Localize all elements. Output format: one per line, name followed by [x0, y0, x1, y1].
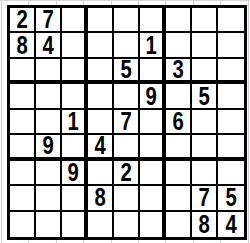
- cell-r2c8[interactable]: [192, 33, 218, 58]
- cell-r6c7[interactable]: [166, 135, 192, 160]
- cell-r8c1[interactable]: [10, 186, 36, 211]
- cell-r2c7[interactable]: [166, 33, 192, 58]
- cell-r8c3[interactable]: [62, 186, 88, 211]
- cell-r6c4: 4: [88, 135, 114, 160]
- cell-r8c7[interactable]: [166, 186, 192, 211]
- cell-r6c2: 9: [36, 135, 62, 160]
- cell-r1c2: 7: [36, 8, 62, 33]
- cell-r5c4[interactable]: [88, 110, 114, 135]
- given-digit: 2: [16, 8, 27, 33]
- cell-r6c6[interactable]: [140, 135, 166, 160]
- cell-r3c7: 3: [166, 59, 192, 84]
- given-digit: 1: [67, 110, 78, 135]
- cell-r8c8: 7: [192, 186, 218, 211]
- cell-r7c7[interactable]: [166, 161, 192, 186]
- cell-r9c3[interactable]: [62, 212, 88, 237]
- cell-r9c5[interactable]: [114, 212, 140, 237]
- cell-r3c9[interactable]: [218, 59, 244, 84]
- given-digit: 1: [145, 33, 156, 58]
- cell-r5c6[interactable]: [140, 110, 166, 135]
- cell-r4c6: 9: [140, 84, 166, 109]
- cell-r8c2[interactable]: [36, 186, 62, 211]
- cell-r4c1[interactable]: [10, 84, 36, 109]
- cell-r9c9: 4: [218, 212, 244, 237]
- cell-r9c8: 8: [192, 212, 218, 237]
- cell-r2c5[interactable]: [114, 33, 140, 58]
- cell-r4c9[interactable]: [218, 84, 244, 109]
- given-digit: 7: [120, 110, 131, 135]
- cell-r4c8: 5: [192, 84, 218, 109]
- cell-r7c9[interactable]: [218, 161, 244, 186]
- given-digit: 8: [94, 186, 105, 211]
- cell-r6c8[interactable]: [192, 135, 218, 160]
- cell-r5c2[interactable]: [36, 110, 62, 135]
- cell-r5c8[interactable]: [192, 110, 218, 135]
- cell-r2c2: 4: [36, 33, 62, 58]
- cell-r6c1[interactable]: [10, 135, 36, 160]
- given-digit: 5: [198, 84, 209, 109]
- cell-r1c9[interactable]: [218, 8, 244, 33]
- given-digit: 3: [172, 59, 183, 83]
- given-digit: 4: [225, 212, 236, 237]
- sudoku-board: 278415395176949287584: [7, 5, 247, 240]
- given-digit: 9: [145, 84, 156, 109]
- given-digit: 9: [67, 161, 78, 186]
- cell-r2c9[interactable]: [218, 33, 244, 58]
- cell-r8c5[interactable]: [114, 186, 140, 211]
- cell-r4c7[interactable]: [166, 84, 192, 109]
- cell-r4c2[interactable]: [36, 84, 62, 109]
- cell-r1c8[interactable]: [192, 8, 218, 33]
- given-digit: 4: [94, 135, 105, 159]
- cell-r4c5[interactable]: [114, 84, 140, 109]
- cell-r8c4: 8: [88, 186, 114, 211]
- cell-r5c9[interactable]: [218, 110, 244, 135]
- given-digit: 5: [225, 186, 236, 211]
- cell-r9c1[interactable]: [10, 212, 36, 237]
- cell-r7c2[interactable]: [36, 161, 62, 186]
- cell-r3c1[interactable]: [10, 59, 36, 84]
- cell-r5c5: 7: [114, 110, 140, 135]
- cell-r1c3[interactable]: [62, 8, 88, 33]
- given-digit: 5: [120, 59, 131, 83]
- given-digit: 8: [16, 33, 27, 58]
- cell-r9c2[interactable]: [36, 212, 62, 237]
- spreadsheet-background: 278415395176949287584: [0, 0, 250, 243]
- cell-r7c5: 2: [114, 161, 140, 186]
- cell-r4c3[interactable]: [62, 84, 88, 109]
- cell-r5c1[interactable]: [10, 110, 36, 135]
- cell-r7c4[interactable]: [88, 161, 114, 186]
- given-digit: 7: [42, 8, 53, 33]
- cell-r7c6[interactable]: [140, 161, 166, 186]
- cell-r3c5: 5: [114, 59, 140, 84]
- cell-r1c5[interactable]: [114, 8, 140, 33]
- cell-r2c6: 1: [140, 33, 166, 58]
- cell-r3c3[interactable]: [62, 59, 88, 84]
- cell-r7c1[interactable]: [10, 161, 36, 186]
- cell-r6c9[interactable]: [218, 135, 244, 160]
- cell-r9c6[interactable]: [140, 212, 166, 237]
- cell-r3c8[interactable]: [192, 59, 218, 84]
- cell-r8c6[interactable]: [140, 186, 166, 211]
- cell-r1c6[interactable]: [140, 8, 166, 33]
- cell-r7c3: 9: [62, 161, 88, 186]
- cell-r6c5[interactable]: [114, 135, 140, 160]
- cell-r2c3[interactable]: [62, 33, 88, 58]
- cell-r9c7[interactable]: [166, 212, 192, 237]
- given-digit: 7: [198, 186, 209, 211]
- given-digit: 4: [42, 33, 53, 58]
- cell-r2c1: 8: [10, 33, 36, 58]
- cell-r8c9: 5: [218, 186, 244, 211]
- given-digit: 6: [172, 110, 183, 135]
- cell-r5c3: 1: [62, 110, 88, 135]
- given-digit: 2: [120, 161, 131, 186]
- cell-r3c6[interactable]: [140, 59, 166, 84]
- cell-r1c4[interactable]: [88, 8, 114, 33]
- cell-r9c4[interactable]: [88, 212, 114, 237]
- cell-r6c3[interactable]: [62, 135, 88, 160]
- given-digit: 8: [198, 212, 209, 237]
- cell-r5c7: 6: [166, 110, 192, 135]
- cell-r1c7[interactable]: [166, 8, 192, 33]
- cell-r1c1: 2: [10, 8, 36, 33]
- cell-r3c2[interactable]: [36, 59, 62, 84]
- cell-r7c8[interactable]: [192, 161, 218, 186]
- cell-r3c4[interactable]: [88, 59, 114, 84]
- cell-r4c4[interactable]: [88, 84, 114, 109]
- cell-r2c4[interactable]: [88, 33, 114, 58]
- given-digit: 9: [42, 135, 53, 159]
